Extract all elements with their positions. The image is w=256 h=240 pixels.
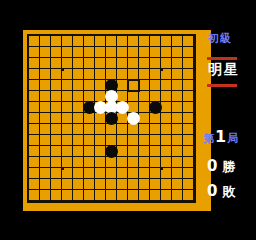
board-cell[interactable] xyxy=(183,168,194,179)
board-cell[interactable] xyxy=(40,91,51,102)
board-cell[interactable] xyxy=(161,124,172,135)
board-cell[interactable] xyxy=(29,58,40,69)
board-cell[interactable] xyxy=(161,179,172,190)
board-cell[interactable] xyxy=(29,91,40,102)
board-cell[interactable] xyxy=(51,69,62,80)
board-cell[interactable] xyxy=(29,69,40,80)
board-cell[interactable] xyxy=(139,36,150,47)
board-cell[interactable] xyxy=(150,124,161,135)
board-cell[interactable] xyxy=(29,146,40,157)
white-stone xyxy=(116,101,129,114)
board-cell[interactable] xyxy=(95,69,106,80)
board-cell[interactable] xyxy=(29,124,40,135)
board-cell[interactable] xyxy=(29,47,40,58)
board-cell[interactable] xyxy=(84,168,95,179)
board-cell[interactable] xyxy=(172,190,183,201)
board-cell[interactable] xyxy=(172,146,183,157)
board-cell[interactable] xyxy=(62,102,73,113)
board-cell[interactable] xyxy=(161,80,172,91)
opponent-rule-top xyxy=(207,57,237,60)
board-cell[interactable] xyxy=(29,190,40,201)
board-cell[interactable] xyxy=(84,157,95,168)
board-cell[interactable] xyxy=(150,190,161,201)
board-cell[interactable] xyxy=(150,113,161,124)
board-cell[interactable] xyxy=(139,58,150,69)
board-cell[interactable] xyxy=(106,47,117,58)
board-cell[interactable] xyxy=(73,80,84,91)
board-cell[interactable] xyxy=(117,47,128,58)
board-cell[interactable] xyxy=(62,58,73,69)
board-cell[interactable] xyxy=(73,135,84,146)
board-cell[interactable] xyxy=(172,135,183,146)
board-cell[interactable] xyxy=(84,113,95,124)
board-cell[interactable] xyxy=(128,190,139,201)
opponent-rule-bottom xyxy=(207,84,237,87)
board-cell[interactable] xyxy=(62,113,73,124)
board-cell[interactable] xyxy=(150,80,161,91)
board-cell[interactable] xyxy=(106,190,117,201)
board-cell[interactable] xyxy=(161,36,172,47)
board-cell[interactable] xyxy=(73,91,84,102)
board-cell[interactable] xyxy=(150,146,161,157)
board-cell[interactable] xyxy=(139,91,150,102)
board-cell[interactable] xyxy=(62,135,73,146)
board-cell[interactable] xyxy=(84,124,95,135)
board-cell[interactable] xyxy=(117,124,128,135)
board-cell[interactable] xyxy=(51,168,62,179)
board-cell[interactable] xyxy=(40,80,51,91)
board-cell[interactable] xyxy=(29,135,40,146)
board-cell[interactable] xyxy=(183,102,194,113)
board-cell[interactable] xyxy=(62,157,73,168)
board-cell[interactable] xyxy=(73,179,84,190)
board-cell[interactable] xyxy=(40,157,51,168)
board-cell[interactable] xyxy=(183,135,194,146)
board-cell[interactable] xyxy=(40,113,51,124)
board-cell[interactable] xyxy=(62,80,73,91)
board-cell[interactable] xyxy=(128,91,139,102)
board-cell[interactable] xyxy=(95,168,106,179)
board-cell[interactable] xyxy=(73,47,84,58)
board-cell[interactable] xyxy=(62,36,73,47)
board-cell[interactable] xyxy=(62,190,73,201)
goban-board xyxy=(23,30,211,211)
board-cell[interactable] xyxy=(51,80,62,91)
board-cell[interactable] xyxy=(73,36,84,47)
wins-counter: 0 勝 xyxy=(207,159,235,174)
board-cell[interactable] xyxy=(161,157,172,168)
board-cell[interactable] xyxy=(51,113,62,124)
board-cell[interactable] xyxy=(183,80,194,91)
board-cell[interactable] xyxy=(29,80,40,91)
board-cell[interactable] xyxy=(73,168,84,179)
board-cell[interactable] xyxy=(183,124,194,135)
board-cell[interactable] xyxy=(95,157,106,168)
board-cell[interactable] xyxy=(51,91,62,102)
board-cell[interactable] xyxy=(128,157,139,168)
board-cell[interactable] xyxy=(139,69,150,80)
play-field[interactable] xyxy=(27,34,196,203)
board-cell[interactable] xyxy=(73,157,84,168)
board-cell[interactable] xyxy=(161,113,172,124)
board-cell[interactable] xyxy=(62,179,73,190)
board-cell[interactable] xyxy=(40,124,51,135)
board-cell[interactable] xyxy=(139,146,150,157)
board-cell[interactable] xyxy=(128,36,139,47)
board-cell[interactable] xyxy=(95,36,106,47)
black-stone xyxy=(105,112,118,125)
board-cell[interactable] xyxy=(161,102,172,113)
board-cell[interactable] xyxy=(40,168,51,179)
board-cell[interactable] xyxy=(62,91,73,102)
board-cell[interactable] xyxy=(128,179,139,190)
board-cell[interactable] xyxy=(84,69,95,80)
placement-cursor[interactable] xyxy=(127,79,140,92)
board-cell[interactable] xyxy=(51,36,62,47)
board-cell[interactable] xyxy=(128,146,139,157)
board-cell[interactable] xyxy=(139,80,150,91)
board-cell[interactable] xyxy=(106,58,117,69)
board-cell[interactable] xyxy=(128,47,139,58)
board-cell[interactable] xyxy=(51,146,62,157)
board-cell[interactable] xyxy=(29,102,40,113)
board-cell[interactable] xyxy=(172,113,183,124)
board-cell[interactable] xyxy=(29,168,40,179)
board-cell[interactable] xyxy=(117,190,128,201)
board-cell[interactable] xyxy=(106,168,117,179)
board-cell[interactable] xyxy=(62,69,73,80)
board-cell[interactable] xyxy=(172,179,183,190)
board-cell[interactable] xyxy=(150,179,161,190)
board-cell[interactable] xyxy=(40,190,51,201)
board-cell[interactable] xyxy=(40,36,51,47)
board-cell[interactable] xyxy=(51,135,62,146)
board-cell[interactable] xyxy=(73,124,84,135)
board-cell[interactable] xyxy=(40,135,51,146)
board-cell[interactable] xyxy=(150,168,161,179)
board-cell[interactable] xyxy=(95,124,106,135)
board-cell[interactable] xyxy=(29,36,40,47)
board-cell[interactable] xyxy=(183,113,194,124)
board-cell[interactable] xyxy=(128,58,139,69)
board-cell[interactable] xyxy=(183,179,194,190)
game-number-prefix: 第 xyxy=(203,133,214,144)
board-cell[interactable] xyxy=(40,179,51,190)
board-cell[interactable] xyxy=(29,179,40,190)
board-cell[interactable] xyxy=(183,190,194,201)
board-cell[interactable] xyxy=(95,47,106,58)
board-cell[interactable] xyxy=(172,80,183,91)
star-point xyxy=(61,68,64,71)
board-cell[interactable] xyxy=(95,190,106,201)
board-cell[interactable] xyxy=(117,36,128,47)
board-cell[interactable] xyxy=(95,179,106,190)
board-cell[interactable] xyxy=(106,157,117,168)
board-cell[interactable] xyxy=(161,58,172,69)
board-cell[interactable] xyxy=(73,113,84,124)
board-cell[interactable] xyxy=(117,135,128,146)
board-cell[interactable] xyxy=(172,91,183,102)
wins-value: 0 xyxy=(207,159,217,174)
board-cell[interactable] xyxy=(161,146,172,157)
board-cell[interactable] xyxy=(117,179,128,190)
board-cell[interactable] xyxy=(51,179,62,190)
board-cell[interactable] xyxy=(161,91,172,102)
board-cell[interactable] xyxy=(128,124,139,135)
board-cell[interactable] xyxy=(183,47,194,58)
board-cell[interactable] xyxy=(40,47,51,58)
board-cell[interactable] xyxy=(172,102,183,113)
board-cell[interactable] xyxy=(40,69,51,80)
board-cell[interactable] xyxy=(161,190,172,201)
black-stone xyxy=(149,101,162,114)
board-cell[interactable] xyxy=(40,102,51,113)
board-cell[interactable] xyxy=(62,124,73,135)
board-cell[interactable] xyxy=(172,58,183,69)
board-cell[interactable] xyxy=(62,168,73,179)
board-cell[interactable] xyxy=(161,168,172,179)
board-cell[interactable] xyxy=(95,58,106,69)
board-cell[interactable] xyxy=(139,135,150,146)
board-cell[interactable] xyxy=(106,179,117,190)
board-cell[interactable] xyxy=(139,47,150,58)
board-cell[interactable] xyxy=(150,69,161,80)
board-cell[interactable] xyxy=(84,47,95,58)
board-cell[interactable] xyxy=(73,146,84,157)
board-cell[interactable] xyxy=(84,80,95,91)
board-cell[interactable] xyxy=(84,190,95,201)
board-cell[interactable] xyxy=(84,135,95,146)
board-cell[interactable] xyxy=(29,113,40,124)
board-cell[interactable] xyxy=(51,124,62,135)
board-cell[interactable] xyxy=(106,124,117,135)
board-cell[interactable] xyxy=(172,36,183,47)
board-cell[interactable] xyxy=(139,157,150,168)
board-cell[interactable] xyxy=(161,69,172,80)
board-cell[interactable] xyxy=(139,113,150,124)
board-cell[interactable] xyxy=(117,58,128,69)
white-stone xyxy=(127,112,140,125)
board-cell[interactable] xyxy=(117,157,128,168)
board-cell[interactable] xyxy=(161,135,172,146)
board-cell[interactable] xyxy=(51,102,62,113)
board-cell[interactable] xyxy=(183,69,194,80)
board-cell[interactable] xyxy=(183,91,194,102)
board-cell[interactable] xyxy=(128,168,139,179)
board-cell[interactable] xyxy=(172,47,183,58)
losses-value: 0 xyxy=(207,184,217,199)
board-cell[interactable] xyxy=(150,47,161,58)
difficulty-level-label: 初級 xyxy=(208,33,232,44)
board-cell[interactable] xyxy=(183,36,194,47)
game-number-suffix: 局 xyxy=(227,133,238,144)
board-cell[interactable] xyxy=(40,58,51,69)
board-cell[interactable] xyxy=(62,146,73,157)
board-cell[interactable] xyxy=(150,36,161,47)
game-number: 第 1 局 xyxy=(203,128,238,144)
board-cell[interactable] xyxy=(139,179,150,190)
board-cell[interactable] xyxy=(84,179,95,190)
board-cell[interactable] xyxy=(150,135,161,146)
star-point xyxy=(160,68,163,71)
board-cell[interactable] xyxy=(73,69,84,80)
board-cell[interactable] xyxy=(128,135,139,146)
board-cell[interactable] xyxy=(95,135,106,146)
board-cell[interactable] xyxy=(161,47,172,58)
board-cell[interactable] xyxy=(29,157,40,168)
board-cell[interactable] xyxy=(84,58,95,69)
board-cell[interactable] xyxy=(139,168,150,179)
star-point xyxy=(160,167,163,170)
game-number-value: 1 xyxy=(215,129,226,145)
board-cell[interactable] xyxy=(117,146,128,157)
board-cell[interactable] xyxy=(172,69,183,80)
board-cell[interactable] xyxy=(40,146,51,157)
board-cell[interactable] xyxy=(172,168,183,179)
board-cell[interactable] xyxy=(183,146,194,157)
opponent-name: 明星 xyxy=(208,62,240,76)
board-cell[interactable] xyxy=(84,36,95,47)
losses-label: 敗 xyxy=(222,185,235,198)
board-cell[interactable] xyxy=(139,124,150,135)
board-cell[interactable] xyxy=(139,190,150,201)
board-cell[interactable] xyxy=(172,157,183,168)
board-cell[interactable] xyxy=(62,47,73,58)
board-cell[interactable] xyxy=(172,124,183,135)
wins-label: 勝 xyxy=(222,160,235,173)
black-stone xyxy=(105,145,118,158)
board-cell[interactable] xyxy=(183,58,194,69)
board-cell[interactable] xyxy=(84,146,95,157)
board-cell[interactable] xyxy=(73,190,84,201)
board-cell[interactable] xyxy=(117,168,128,179)
board-cell[interactable] xyxy=(51,47,62,58)
board-cell[interactable] xyxy=(183,157,194,168)
board-cell[interactable] xyxy=(73,58,84,69)
board-cell[interactable] xyxy=(51,190,62,201)
losses-counter: 0 敗 xyxy=(207,184,235,199)
board-cell[interactable] xyxy=(106,36,117,47)
star-point xyxy=(61,167,64,170)
